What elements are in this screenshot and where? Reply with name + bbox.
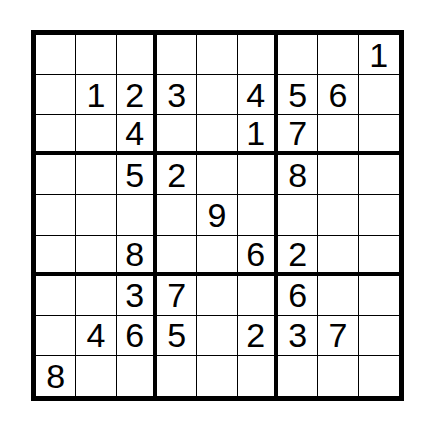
sudoku-cell-r6c7[interactable]: 2: [278, 236, 318, 276]
sudoku-cell-r2c2[interactable]: 1: [76, 75, 116, 115]
sudoku-cell-r6c4[interactable]: [157, 236, 197, 276]
sudoku-cell-r9c3[interactable]: [117, 356, 157, 396]
sudoku-cell-r7c5[interactable]: [197, 276, 237, 316]
sudoku-cell-r6c1[interactable]: [36, 236, 76, 276]
sudoku-cell-r2c7[interactable]: 5: [278, 75, 318, 115]
sudoku-cell-r5c2[interactable]: [76, 195, 116, 235]
sudoku-cell-r4c6[interactable]: [238, 155, 278, 195]
sudoku-cell-r5c4[interactable]: [157, 195, 197, 235]
sudoku-cell-r4c7[interactable]: 8: [278, 155, 318, 195]
sudoku-cell-r3c4[interactable]: [157, 115, 197, 155]
sudoku-cell-r7c2[interactable]: [76, 276, 116, 316]
sudoku-cell-r1c4[interactable]: [157, 35, 197, 75]
sudoku-cell-r7c6[interactable]: [238, 276, 278, 316]
sudoku-cell-r7c7[interactable]: 6: [278, 276, 318, 316]
sudoku-cell-r9c2[interactable]: [76, 356, 116, 396]
sudoku-cell-r2c4[interactable]: 3: [157, 75, 197, 115]
sudoku-cell-r1c5[interactable]: [197, 35, 237, 75]
sudoku-cell-r7c9[interactable]: [359, 276, 399, 316]
sudoku-cell-r8c4[interactable]: 5: [157, 316, 197, 356]
sudoku-cell-r3c8[interactable]: [318, 115, 358, 155]
sudoku-cell-r9c8[interactable]: [318, 356, 358, 396]
sudoku-cell-r8c9[interactable]: [359, 316, 399, 356]
sudoku-cell-r7c4[interactable]: 7: [157, 276, 197, 316]
sudoku-cell-r3c7[interactable]: 7: [278, 115, 318, 155]
sudoku-cell-r2c9[interactable]: [359, 75, 399, 115]
sudoku-cell-r1c1[interactable]: [36, 35, 76, 75]
sudoku-cell-r8c2[interactable]: 4: [76, 316, 116, 356]
sudoku-cell-r6c5[interactable]: [197, 236, 237, 276]
sudoku-cell-r1c7[interactable]: [278, 35, 318, 75]
sudoku-cell-r6c6[interactable]: 6: [238, 236, 278, 276]
sudoku-cell-r9c9[interactable]: [359, 356, 399, 396]
sudoku-cell-r3c1[interactable]: [36, 115, 76, 155]
sudoku-cell-r7c3[interactable]: 3: [117, 276, 157, 316]
sudoku-cell-r3c5[interactable]: [197, 115, 237, 155]
sudoku-cell-r8c8[interactable]: 7: [318, 316, 358, 356]
sudoku-cell-r5c8[interactable]: [318, 195, 358, 235]
sudoku-cell-r4c3[interactable]: 5: [117, 155, 157, 195]
sudoku-cell-r4c8[interactable]: [318, 155, 358, 195]
sudoku-cell-r5c3[interactable]: [117, 195, 157, 235]
sudoku-cell-r2c6[interactable]: 4: [238, 75, 278, 115]
sudoku-cell-r6c2[interactable]: [76, 236, 116, 276]
sudoku-cell-r1c2[interactable]: [76, 35, 116, 75]
sudoku-cell-r6c3[interactable]: 8: [117, 236, 157, 276]
sudoku-cell-r8c3[interactable]: 6: [117, 316, 157, 356]
sudoku-cell-r4c2[interactable]: [76, 155, 116, 195]
sudoku-cell-r3c2[interactable]: [76, 115, 116, 155]
sudoku-cell-r1c9[interactable]: 1: [359, 35, 399, 75]
sudoku-cell-r2c3[interactable]: 2: [117, 75, 157, 115]
sudoku-cell-r5c1[interactable]: [36, 195, 76, 235]
page-background: { "game": "sudoku", "position": ".......…: [0, 0, 434, 431]
sudoku-cell-r4c5[interactable]: [197, 155, 237, 195]
sudoku-cell-r5c6[interactable]: [238, 195, 278, 235]
sudoku-cell-r7c8[interactable]: [318, 276, 358, 316]
sudoku-cell-r8c5[interactable]: [197, 316, 237, 356]
sudoku-cell-r3c6[interactable]: 1: [238, 115, 278, 155]
sudoku-cell-r4c9[interactable]: [359, 155, 399, 195]
sudoku-cell-r3c3[interactable]: 4: [117, 115, 157, 155]
sudoku-board: 112345641752898623764652378: [31, 30, 404, 401]
sudoku-cell-r9c1[interactable]: 8: [36, 356, 76, 396]
sudoku-cell-r6c9[interactable]: [359, 236, 399, 276]
sudoku-cell-r4c4[interactable]: 2: [157, 155, 197, 195]
sudoku-cell-r5c7[interactable]: [278, 195, 318, 235]
sudoku-cell-r8c1[interactable]: [36, 316, 76, 356]
sudoku-cell-r8c6[interactable]: 2: [238, 316, 278, 356]
sudoku-cell-r9c7[interactable]: [278, 356, 318, 396]
sudoku-cell-r1c3[interactable]: [117, 35, 157, 75]
sudoku-cell-r6c8[interactable]: [318, 236, 358, 276]
sudoku-cell-r9c5[interactable]: [197, 356, 237, 396]
sudoku-cell-r2c5[interactable]: [197, 75, 237, 115]
sudoku-cell-r9c6[interactable]: [238, 356, 278, 396]
sudoku-cell-r5c5[interactable]: 9: [197, 195, 237, 235]
sudoku-cell-r9c4[interactable]: [157, 356, 197, 396]
sudoku-cell-r2c8[interactable]: 6: [318, 75, 358, 115]
sudoku-cell-r2c1[interactable]: [36, 75, 76, 115]
sudoku-cell-r7c1[interactable]: [36, 276, 76, 316]
sudoku-cell-r5c9[interactable]: [359, 195, 399, 235]
sudoku-cell-r3c9[interactable]: [359, 115, 399, 155]
sudoku-cell-r4c1[interactable]: [36, 155, 76, 195]
sudoku-cell-r1c8[interactable]: [318, 35, 358, 75]
sudoku-cell-r1c6[interactable]: [238, 35, 278, 75]
sudoku-cell-r8c7[interactable]: 3: [278, 316, 318, 356]
